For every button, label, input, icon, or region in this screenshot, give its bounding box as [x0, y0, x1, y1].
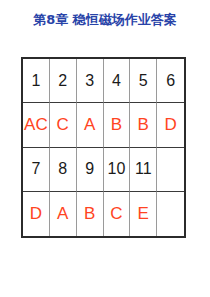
answer-grid: 123456ACCABBD7891011DABCE: [21, 57, 186, 238]
grid-cell-r2c3: A: [77, 103, 104, 147]
slide-page: 第8章 稳恒磁场作业答案 123456ACCABBD7891011DABCE: [0, 0, 210, 297]
grid-cell-r3c2: 8: [50, 148, 77, 192]
grid-cell-r2c2: C: [50, 103, 77, 147]
grid-cell-r2c6: D: [157, 103, 184, 147]
grid-cell-r1c1: 1: [23, 59, 50, 103]
grid-cell-r4c3: B: [77, 192, 104, 236]
grid-cell-r1c5: 5: [130, 59, 157, 103]
grid-cell-r4c4: C: [104, 192, 131, 236]
grid-cell-r4c5: E: [130, 192, 157, 236]
grid-cell-r4c6: [157, 192, 184, 236]
grid-cell-r1c6: 6: [157, 59, 184, 103]
grid-cell-r4c1: D: [23, 192, 50, 236]
grid-cell-r3c5: 11: [130, 148, 157, 192]
grid-cell-r1c4: 4: [104, 59, 131, 103]
grid-cell-r2c1: AC: [23, 103, 50, 147]
grid-cell-r2c5: B: [130, 103, 157, 147]
slide-title: 第8章 稳恒磁场作业答案: [0, 11, 210, 29]
grid-cell-r3c4: 10: [104, 148, 131, 192]
grid-cell-r3c1: 7: [23, 148, 50, 192]
grid-cell-r2c4: B: [104, 103, 131, 147]
grid-cell-r1c3: 3: [77, 59, 104, 103]
grid-cell-r4c2: A: [50, 192, 77, 236]
grid-cell-r3c6: [157, 148, 184, 192]
grid-cell-r3c3: 9: [77, 148, 104, 192]
grid-cell-r1c2: 2: [50, 59, 77, 103]
